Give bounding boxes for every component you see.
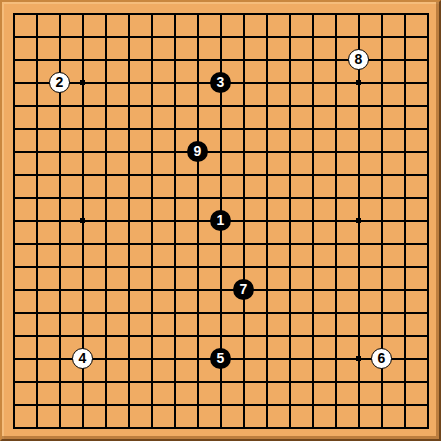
- board-cell[interactable]: [48, 25, 71, 48]
- board-cell[interactable]: [209, 186, 232, 209]
- board-cell[interactable]: [370, 255, 393, 278]
- board-cell[interactable]: [301, 94, 324, 117]
- board-cell[interactable]: [71, 324, 94, 347]
- board-cell[interactable]: [117, 209, 140, 232]
- board-cell[interactable]: [301, 370, 324, 393]
- board-cell[interactable]: [255, 278, 278, 301]
- board-cell[interactable]: [209, 2, 232, 25]
- board-cell[interactable]: [393, 416, 416, 439]
- board-cell[interactable]: [94, 255, 117, 278]
- board-cell[interactable]: [255, 301, 278, 324]
- board-cell[interactable]: [278, 163, 301, 186]
- board-cell[interactable]: 6: [370, 347, 393, 370]
- board-cell[interactable]: [255, 94, 278, 117]
- board-cell[interactable]: [163, 232, 186, 255]
- board-cell[interactable]: [117, 2, 140, 25]
- board-cell[interactable]: [140, 94, 163, 117]
- board-cell[interactable]: [71, 278, 94, 301]
- stone-black-1[interactable]: 1: [210, 210, 231, 231]
- board-cell[interactable]: [209, 117, 232, 140]
- board-cell[interactable]: [94, 416, 117, 439]
- board-cell[interactable]: [324, 324, 347, 347]
- board-cell[interactable]: [163, 370, 186, 393]
- board-cell[interactable]: [232, 255, 255, 278]
- board-cell[interactable]: [48, 2, 71, 25]
- board-cell[interactable]: [255, 117, 278, 140]
- board-cell[interactable]: [94, 140, 117, 163]
- board-cell[interactable]: [71, 209, 94, 232]
- board-cell[interactable]: [301, 301, 324, 324]
- board-cell[interactable]: [209, 163, 232, 186]
- board-cell[interactable]: [347, 416, 370, 439]
- board-cell[interactable]: [370, 416, 393, 439]
- board-cell[interactable]: [163, 393, 186, 416]
- board-cell[interactable]: [140, 301, 163, 324]
- board-cell[interactable]: [278, 186, 301, 209]
- board-cell[interactable]: [347, 324, 370, 347]
- board-cell[interactable]: [393, 71, 416, 94]
- board-cell[interactable]: [232, 209, 255, 232]
- board-cell[interactable]: [140, 209, 163, 232]
- board-cell[interactable]: [278, 232, 301, 255]
- board-cell[interactable]: [278, 324, 301, 347]
- board-cell[interactable]: [255, 324, 278, 347]
- board-cell[interactable]: [416, 301, 439, 324]
- board-cell[interactable]: [71, 48, 94, 71]
- board-cell[interactable]: [232, 25, 255, 48]
- board-cell[interactable]: [255, 71, 278, 94]
- board-cell[interactable]: [48, 209, 71, 232]
- board-cell[interactable]: [232, 71, 255, 94]
- board-cell[interactable]: [25, 278, 48, 301]
- board-cell[interactable]: [278, 94, 301, 117]
- board-cell[interactable]: [209, 25, 232, 48]
- board-cell[interactable]: [370, 48, 393, 71]
- board-cell[interactable]: [163, 255, 186, 278]
- board-cell[interactable]: [232, 2, 255, 25]
- board-cell[interactable]: [393, 278, 416, 301]
- board-cell[interactable]: [71, 232, 94, 255]
- board-cell[interactable]: [2, 25, 25, 48]
- board-cell[interactable]: [255, 140, 278, 163]
- board-cell[interactable]: [163, 71, 186, 94]
- board-cell[interactable]: [393, 2, 416, 25]
- board-cell[interactable]: [301, 255, 324, 278]
- board-cell[interactable]: [117, 255, 140, 278]
- board-cell[interactable]: [71, 393, 94, 416]
- board-cell[interactable]: [393, 301, 416, 324]
- board-cell[interactable]: [301, 71, 324, 94]
- board-cell[interactable]: [324, 209, 347, 232]
- board-cell[interactable]: [278, 370, 301, 393]
- board-cell[interactable]: [117, 25, 140, 48]
- board-cell[interactable]: [94, 232, 117, 255]
- board-cell[interactable]: [25, 2, 48, 25]
- board-cell[interactable]: [163, 301, 186, 324]
- board-cell[interactable]: [186, 25, 209, 48]
- board-cell[interactable]: [163, 117, 186, 140]
- board-cell[interactable]: [2, 255, 25, 278]
- board-cell[interactable]: [278, 301, 301, 324]
- board-cell[interactable]: [278, 209, 301, 232]
- board-cell[interactable]: [2, 393, 25, 416]
- board-cell[interactable]: [48, 117, 71, 140]
- board-cell[interactable]: [163, 209, 186, 232]
- board-cell[interactable]: [25, 324, 48, 347]
- board-cell[interactable]: [393, 370, 416, 393]
- board-cell[interactable]: [278, 48, 301, 71]
- board-cell[interactable]: [2, 370, 25, 393]
- board-cell[interactable]: 3: [209, 71, 232, 94]
- stone-black-7[interactable]: 7: [233, 279, 254, 300]
- board-cell[interactable]: [140, 71, 163, 94]
- board-cell[interactable]: [278, 117, 301, 140]
- board-cell[interactable]: [2, 163, 25, 186]
- board-cell[interactable]: [140, 2, 163, 25]
- board-cell[interactable]: [94, 163, 117, 186]
- board-cell[interactable]: [25, 370, 48, 393]
- board-cell[interactable]: [347, 25, 370, 48]
- board-cell[interactable]: [140, 324, 163, 347]
- board-cell[interactable]: [71, 140, 94, 163]
- board-cell[interactable]: [48, 255, 71, 278]
- board-cell[interactable]: [370, 94, 393, 117]
- board-cell[interactable]: [2, 416, 25, 439]
- board-cell[interactable]: [117, 117, 140, 140]
- board-cell[interactable]: [416, 278, 439, 301]
- board-cell[interactable]: [140, 278, 163, 301]
- board-cell[interactable]: 1: [209, 209, 232, 232]
- board-cell[interactable]: 8: [347, 48, 370, 71]
- board-cell[interactable]: [416, 25, 439, 48]
- board-cell[interactable]: [209, 48, 232, 71]
- board-cell[interactable]: [163, 2, 186, 25]
- board-cell[interactable]: [186, 301, 209, 324]
- board-cell[interactable]: [48, 324, 71, 347]
- board-cell[interactable]: [186, 117, 209, 140]
- board-cell[interactable]: [347, 370, 370, 393]
- board-cell[interactable]: [370, 393, 393, 416]
- board-cell[interactable]: [209, 94, 232, 117]
- board-cell[interactable]: [94, 2, 117, 25]
- board-cell[interactable]: [347, 71, 370, 94]
- board-cell[interactable]: [94, 393, 117, 416]
- board-cell[interactable]: [163, 94, 186, 117]
- board-cell[interactable]: [209, 232, 232, 255]
- board-cell[interactable]: [324, 48, 347, 71]
- board-cell[interactable]: [2, 117, 25, 140]
- board-cell[interactable]: [186, 278, 209, 301]
- board-cell[interactable]: [71, 370, 94, 393]
- board-cell[interactable]: [278, 71, 301, 94]
- board-cell[interactable]: [232, 163, 255, 186]
- board-cell[interactable]: [48, 140, 71, 163]
- board-cell[interactable]: [71, 2, 94, 25]
- stone-white-6[interactable]: 6: [371, 348, 392, 369]
- stone-black-5[interactable]: 5: [210, 348, 231, 369]
- board-cell[interactable]: [278, 278, 301, 301]
- board-cell[interactable]: [370, 278, 393, 301]
- board-cell[interactable]: [25, 25, 48, 48]
- board-cell[interactable]: [163, 25, 186, 48]
- board-cell[interactable]: [71, 117, 94, 140]
- board-cell[interactable]: [324, 370, 347, 393]
- board-cell[interactable]: [416, 209, 439, 232]
- board-cell[interactable]: [370, 117, 393, 140]
- board-cell[interactable]: [370, 209, 393, 232]
- board-cell[interactable]: [232, 186, 255, 209]
- board-cell[interactable]: [416, 163, 439, 186]
- board-cell[interactable]: [117, 163, 140, 186]
- board-cell[interactable]: [416, 324, 439, 347]
- board-cell[interactable]: [117, 71, 140, 94]
- board-cell[interactable]: [186, 393, 209, 416]
- board-cell[interactable]: [2, 232, 25, 255]
- board-cell[interactable]: [301, 48, 324, 71]
- board-cell[interactable]: [163, 416, 186, 439]
- board-cell[interactable]: [48, 232, 71, 255]
- board-cell[interactable]: [301, 416, 324, 439]
- board-cell[interactable]: [140, 347, 163, 370]
- board-cell[interactable]: [416, 347, 439, 370]
- board-cell[interactable]: [186, 209, 209, 232]
- board-cell[interactable]: [416, 48, 439, 71]
- board-cell[interactable]: [163, 48, 186, 71]
- board-cell[interactable]: [94, 117, 117, 140]
- board-cell[interactable]: [416, 232, 439, 255]
- board-cell[interactable]: [324, 186, 347, 209]
- board-cell[interactable]: [393, 48, 416, 71]
- board-cell[interactable]: [324, 117, 347, 140]
- board-cell[interactable]: [25, 140, 48, 163]
- board-cell[interactable]: [301, 347, 324, 370]
- board-cell[interactable]: [324, 416, 347, 439]
- board-cell[interactable]: [255, 186, 278, 209]
- board-cell[interactable]: [71, 186, 94, 209]
- stone-black-9[interactable]: 9: [187, 141, 208, 162]
- board-cell[interactable]: [94, 370, 117, 393]
- board-cell[interactable]: [370, 186, 393, 209]
- board-cell[interactable]: [324, 2, 347, 25]
- board-cell[interactable]: [255, 393, 278, 416]
- board-cell[interactable]: [347, 94, 370, 117]
- board-cell[interactable]: [94, 209, 117, 232]
- board-cell[interactable]: [209, 140, 232, 163]
- board-cell[interactable]: [2, 324, 25, 347]
- board-cell[interactable]: [393, 232, 416, 255]
- board-cell[interactable]: [117, 393, 140, 416]
- board-cell[interactable]: [301, 324, 324, 347]
- board-cell[interactable]: [301, 163, 324, 186]
- board-cell[interactable]: [278, 416, 301, 439]
- board-cell[interactable]: [71, 94, 94, 117]
- board-cell[interactable]: 5: [209, 347, 232, 370]
- board-cell[interactable]: [94, 347, 117, 370]
- board-cell[interactable]: [255, 25, 278, 48]
- board-cell[interactable]: [232, 117, 255, 140]
- board-cell[interactable]: [25, 416, 48, 439]
- board-cell[interactable]: [301, 140, 324, 163]
- board-cell[interactable]: [278, 140, 301, 163]
- board-cell[interactable]: [94, 278, 117, 301]
- board-cell[interactable]: [186, 48, 209, 71]
- board-cell[interactable]: [232, 232, 255, 255]
- board-cell[interactable]: [25, 186, 48, 209]
- board-cell[interactable]: [278, 25, 301, 48]
- board-cell[interactable]: [255, 48, 278, 71]
- board-cell[interactable]: [209, 255, 232, 278]
- board-cell[interactable]: [186, 255, 209, 278]
- stone-black-3[interactable]: 3: [210, 72, 231, 93]
- board-cell[interactable]: [48, 347, 71, 370]
- board-cell[interactable]: [48, 301, 71, 324]
- board-cell[interactable]: [301, 117, 324, 140]
- board-cell[interactable]: [186, 416, 209, 439]
- board-cell[interactable]: [301, 393, 324, 416]
- board-cell[interactable]: [186, 370, 209, 393]
- board-cell[interactable]: [255, 255, 278, 278]
- board-cell[interactable]: [186, 186, 209, 209]
- board-cell[interactable]: [71, 255, 94, 278]
- board-cell[interactable]: [140, 370, 163, 393]
- board-cell[interactable]: [232, 370, 255, 393]
- board-cell[interactable]: [140, 416, 163, 439]
- board-cell[interactable]: [140, 255, 163, 278]
- board-cell[interactable]: [163, 324, 186, 347]
- board-cell[interactable]: [186, 71, 209, 94]
- board-cell[interactable]: [324, 140, 347, 163]
- board-cell[interactable]: 7: [232, 278, 255, 301]
- board-cell[interactable]: [140, 140, 163, 163]
- board-cell[interactable]: [416, 370, 439, 393]
- board-cell[interactable]: [94, 71, 117, 94]
- board-cell[interactable]: [232, 140, 255, 163]
- stone-white-4[interactable]: 4: [72, 348, 93, 369]
- board-cell[interactable]: [94, 186, 117, 209]
- board-cell[interactable]: [324, 301, 347, 324]
- board-cell[interactable]: [71, 301, 94, 324]
- board-cell[interactable]: [347, 301, 370, 324]
- board-cell[interactable]: [301, 278, 324, 301]
- board-cell[interactable]: [232, 347, 255, 370]
- board-cell[interactable]: [416, 255, 439, 278]
- board-cell[interactable]: [186, 163, 209, 186]
- board-cell[interactable]: [25, 117, 48, 140]
- board-cell[interactable]: [416, 140, 439, 163]
- board-cell[interactable]: [2, 2, 25, 25]
- board-cell[interactable]: [370, 25, 393, 48]
- board-cell[interactable]: [71, 416, 94, 439]
- board-cell[interactable]: [25, 48, 48, 71]
- board-cell[interactable]: [117, 370, 140, 393]
- board-cell[interactable]: [393, 25, 416, 48]
- board-cell[interactable]: [393, 186, 416, 209]
- board-cell[interactable]: [117, 232, 140, 255]
- board-cell[interactable]: [186, 347, 209, 370]
- board-cell[interactable]: [324, 94, 347, 117]
- board-cell[interactable]: [48, 278, 71, 301]
- board-cell[interactable]: [301, 25, 324, 48]
- board-cell[interactable]: [347, 347, 370, 370]
- board-cell[interactable]: [370, 232, 393, 255]
- board-cell[interactable]: [347, 117, 370, 140]
- board-cell[interactable]: [416, 2, 439, 25]
- board-cell[interactable]: [140, 117, 163, 140]
- board-cell[interactable]: [25, 163, 48, 186]
- board-cell[interactable]: [370, 324, 393, 347]
- board-cell[interactable]: [278, 347, 301, 370]
- board-cell[interactable]: [25, 347, 48, 370]
- board-cell[interactable]: [416, 71, 439, 94]
- board-cell[interactable]: [347, 209, 370, 232]
- board-cell[interactable]: [324, 232, 347, 255]
- board-cell[interactable]: [209, 393, 232, 416]
- board-cell[interactable]: [370, 163, 393, 186]
- board-cell[interactable]: [140, 393, 163, 416]
- board-cell[interactable]: [232, 416, 255, 439]
- board-cell[interactable]: [255, 347, 278, 370]
- board-cell[interactable]: [324, 393, 347, 416]
- board-cell[interactable]: [416, 393, 439, 416]
- board-cell[interactable]: [324, 255, 347, 278]
- board-cell[interactable]: [209, 416, 232, 439]
- board-cell[interactable]: [2, 94, 25, 117]
- board-cell[interactable]: 4: [71, 347, 94, 370]
- board-cell[interactable]: [25, 232, 48, 255]
- board-cell[interactable]: [48, 416, 71, 439]
- board-cell[interactable]: [347, 232, 370, 255]
- board-cell[interactable]: [370, 370, 393, 393]
- board-cell[interactable]: [163, 278, 186, 301]
- board-cell[interactable]: [117, 324, 140, 347]
- board-cell[interactable]: [2, 71, 25, 94]
- board-cell[interactable]: [117, 301, 140, 324]
- board-cell[interactable]: [416, 117, 439, 140]
- board-cell[interactable]: [324, 278, 347, 301]
- board-cell[interactable]: [71, 163, 94, 186]
- board-cell[interactable]: [94, 324, 117, 347]
- board-cell[interactable]: [163, 163, 186, 186]
- board-cell[interactable]: 2: [48, 71, 71, 94]
- board-cell[interactable]: [278, 2, 301, 25]
- board-cell[interactable]: [117, 347, 140, 370]
- board-cell[interactable]: [393, 324, 416, 347]
- board-cell[interactable]: [25, 94, 48, 117]
- board-cell[interactable]: [209, 301, 232, 324]
- board-cell[interactable]: [2, 186, 25, 209]
- board-cell[interactable]: [48, 163, 71, 186]
- board-cell[interactable]: [393, 255, 416, 278]
- board-cell[interactable]: 9: [186, 140, 209, 163]
- board-cell[interactable]: [324, 25, 347, 48]
- board-cell[interactable]: [301, 2, 324, 25]
- board-cell[interactable]: [232, 94, 255, 117]
- board-cell[interactable]: [324, 71, 347, 94]
- board-cell[interactable]: [232, 324, 255, 347]
- board-cell[interactable]: [347, 140, 370, 163]
- board-cell[interactable]: [324, 163, 347, 186]
- board-cell[interactable]: [255, 209, 278, 232]
- board-cell[interactable]: [117, 416, 140, 439]
- board-cell[interactable]: [25, 393, 48, 416]
- board-cell[interactable]: [117, 94, 140, 117]
- board-cell[interactable]: [393, 347, 416, 370]
- board-cell[interactable]: [186, 2, 209, 25]
- board-cell[interactable]: [255, 163, 278, 186]
- board-cell[interactable]: [301, 186, 324, 209]
- board-cell[interactable]: [370, 301, 393, 324]
- board-cell[interactable]: [347, 163, 370, 186]
